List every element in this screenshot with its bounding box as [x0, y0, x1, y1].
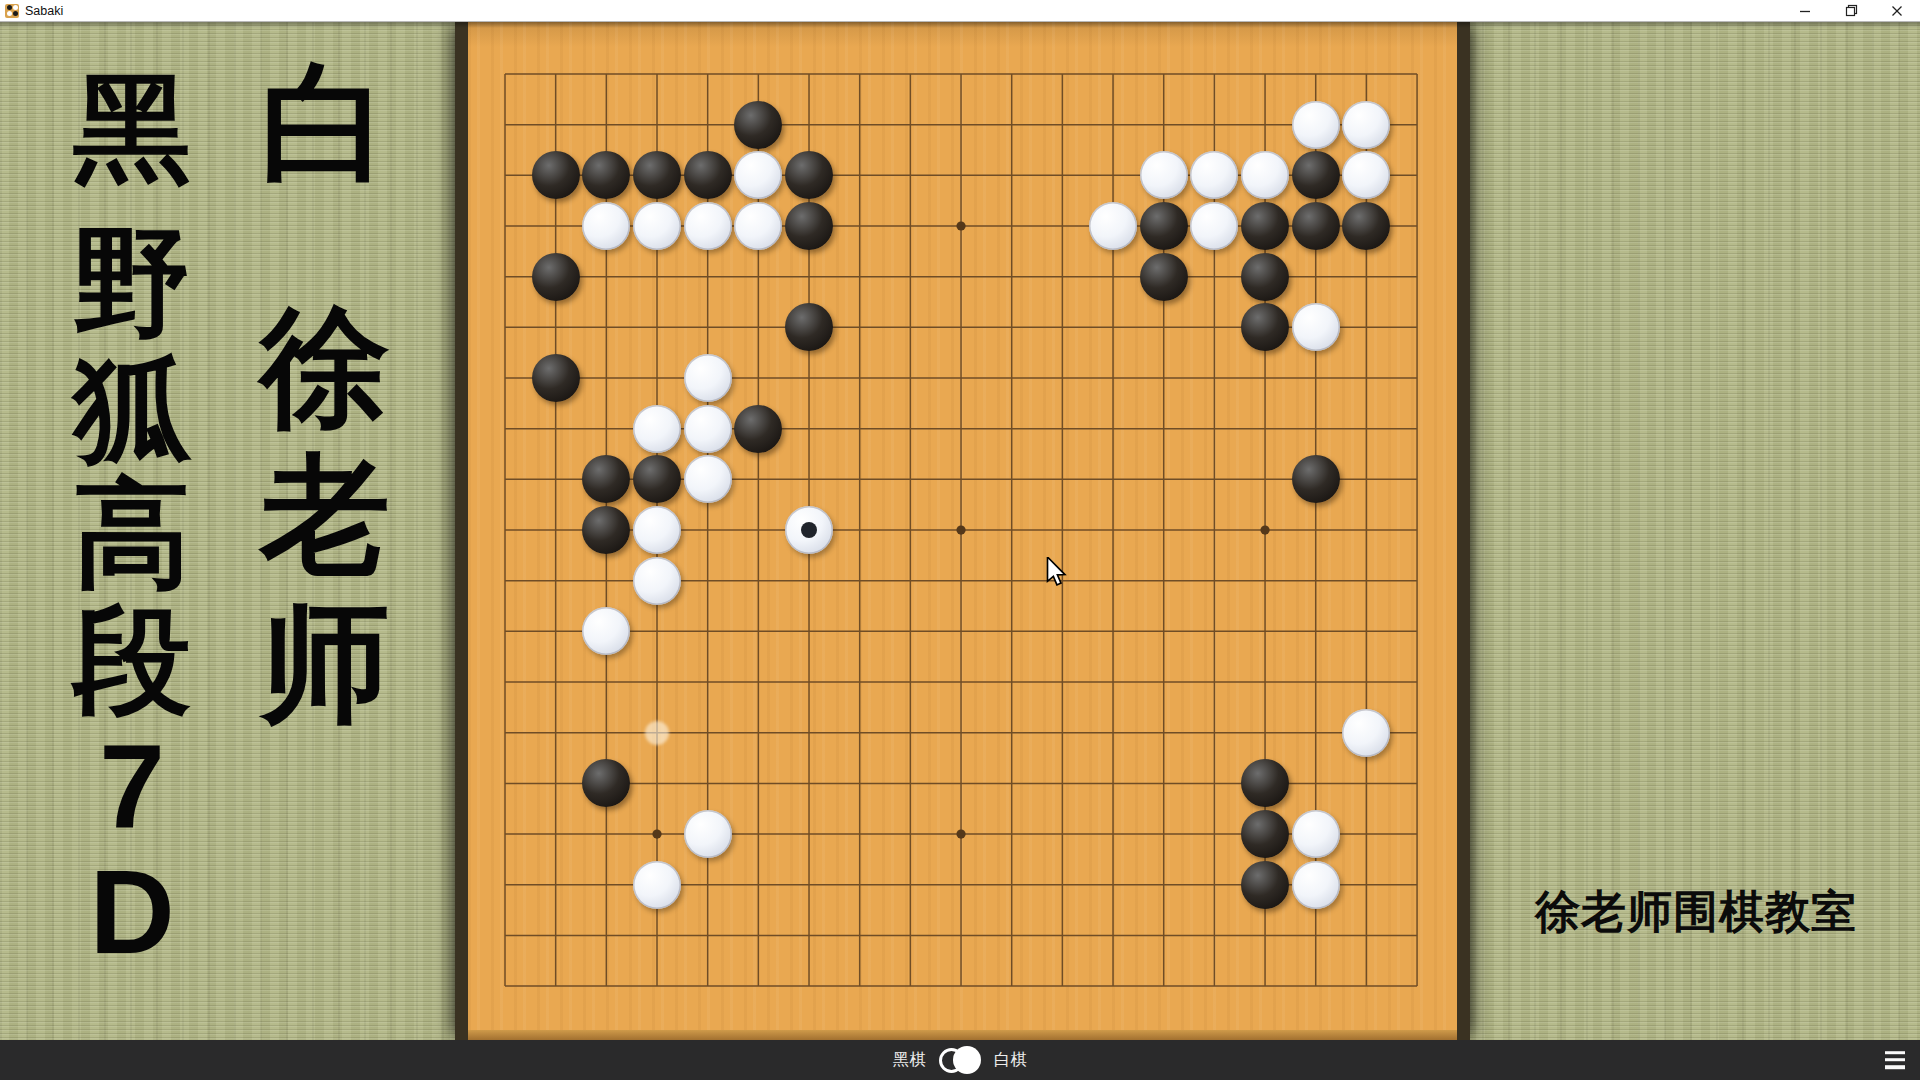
- stone-black[interactable]: [1241, 202, 1289, 250]
- close-icon: [1891, 5, 1903, 17]
- black-caption-char: 狐: [73, 345, 191, 471]
- stone-white[interactable]: [1292, 101, 1340, 149]
- minimize-button[interactable]: [1782, 0, 1828, 21]
- black-caption-char: 7: [99, 723, 165, 849]
- stone-black[interactable]: [684, 151, 732, 199]
- stone-white[interactable]: [785, 506, 833, 554]
- title-bar: Sabaki: [0, 0, 1920, 22]
- last-move-marker: [801, 522, 817, 538]
- stone-white[interactable]: [734, 202, 782, 250]
- goban[interactable]: [468, 21, 1457, 1030]
- black-toggle-label: 黑棋: [893, 1049, 926, 1071]
- white-caption-char: 徐: [260, 293, 390, 441]
- black-caption-char: D: [89, 849, 174, 975]
- classroom-caption: 徐老师围棋教室: [1535, 882, 1857, 942]
- stone-white[interactable]: [633, 506, 681, 554]
- black-caption-char: 段: [73, 597, 191, 723]
- stone-white[interactable]: [684, 354, 732, 402]
- white-caption-char: 白: [260, 49, 390, 197]
- stone-white[interactable]: [1342, 151, 1390, 199]
- window-controls: [1782, 0, 1920, 21]
- stone-black[interactable]: [1140, 253, 1188, 301]
- black-caption-char: 黑: [73, 65, 191, 191]
- main-content: 黑野狐高段7D 白徐老师 徐老师围棋教室: [0, 21, 1920, 1040]
- stone-black[interactable]: [532, 151, 580, 199]
- stone-white[interactable]: [633, 202, 681, 250]
- stone-black[interactable]: [633, 455, 681, 503]
- white-toggle-label: 白棋: [994, 1049, 1027, 1071]
- goban-stones: [480, 49, 1442, 1011]
- black-player-caption: 黑野狐高段7D: [64, 65, 200, 975]
- stone-black[interactable]: [1241, 253, 1289, 301]
- restore-button[interactable]: [1828, 0, 1874, 21]
- stone-white[interactable]: [1292, 303, 1340, 351]
- stone-black[interactable]: [734, 405, 782, 453]
- stone-white[interactable]: [684, 405, 732, 453]
- stone-white[interactable]: [1292, 810, 1340, 858]
- player-switch-group: 黑棋 白棋: [893, 1040, 1027, 1080]
- stone-black[interactable]: [582, 506, 630, 554]
- stone-white[interactable]: [1089, 202, 1137, 250]
- menu-button[interactable]: [1885, 1051, 1905, 1069]
- player-toggle[interactable]: [939, 1046, 981, 1074]
- hamburger-icon: [1885, 1051, 1905, 1054]
- stone-white[interactable]: [1140, 151, 1188, 199]
- minimize-icon: [1799, 5, 1811, 17]
- stone-white[interactable]: [633, 557, 681, 605]
- stone-white[interactable]: [1292, 861, 1340, 909]
- stone-white[interactable]: [684, 202, 732, 250]
- stone-white[interactable]: [684, 455, 732, 503]
- stone-black[interactable]: [1292, 455, 1340, 503]
- bottom-toolbar: 黑棋 白棋: [0, 1040, 1920, 1080]
- stone-black[interactable]: [532, 354, 580, 402]
- stone-black[interactable]: [1292, 151, 1340, 199]
- stone-white[interactable]: [582, 202, 630, 250]
- close-button[interactable]: [1874, 0, 1920, 21]
- white-circle-icon: [953, 1046, 981, 1074]
- black-caption-char: 野: [73, 219, 191, 345]
- sabaki-app-icon: [5, 4, 19, 18]
- stone-white[interactable]: [1241, 151, 1289, 199]
- stone-black[interactable]: [1292, 202, 1340, 250]
- stone-black[interactable]: [1241, 810, 1289, 858]
- stone-white[interactable]: [1190, 151, 1238, 199]
- mouse-cursor: [1046, 557, 1070, 587]
- stone-black[interactable]: [582, 759, 630, 807]
- restore-icon: [1845, 4, 1858, 17]
- stone-black[interactable]: [785, 202, 833, 250]
- stone-white[interactable]: [1342, 709, 1390, 757]
- white-caption-char: 老: [260, 441, 390, 589]
- ghost-stone-preview: [645, 721, 669, 745]
- stone-black[interactable]: [1241, 759, 1289, 807]
- stone-white[interactable]: [582, 607, 630, 655]
- stone-white[interactable]: [1190, 202, 1238, 250]
- stone-white[interactable]: [633, 861, 681, 909]
- stone-white[interactable]: [633, 405, 681, 453]
- white-player-caption: 白徐老师: [254, 49, 396, 737]
- stone-black[interactable]: [1342, 202, 1390, 250]
- goban-frame: [455, 21, 1470, 1040]
- stone-white[interactable]: [684, 810, 732, 858]
- stone-black[interactable]: [785, 303, 833, 351]
- white-caption-char: 师: [260, 589, 390, 737]
- stone-white[interactable]: [1342, 101, 1390, 149]
- goban-front-edge: [468, 1030, 1457, 1040]
- black-caption-char: 高: [73, 471, 191, 597]
- stone-black[interactable]: [532, 253, 580, 301]
- stone-black[interactable]: [734, 101, 782, 149]
- stone-black[interactable]: [1241, 861, 1289, 909]
- stone-black[interactable]: [633, 151, 681, 199]
- stone-black[interactable]: [582, 455, 630, 503]
- stone-black[interactable]: [1241, 303, 1289, 351]
- stone-white[interactable]: [734, 151, 782, 199]
- stone-black[interactable]: [785, 151, 833, 199]
- stone-black[interactable]: [582, 151, 630, 199]
- window-title: Sabaki: [25, 4, 63, 18]
- stone-black[interactable]: [1140, 202, 1188, 250]
